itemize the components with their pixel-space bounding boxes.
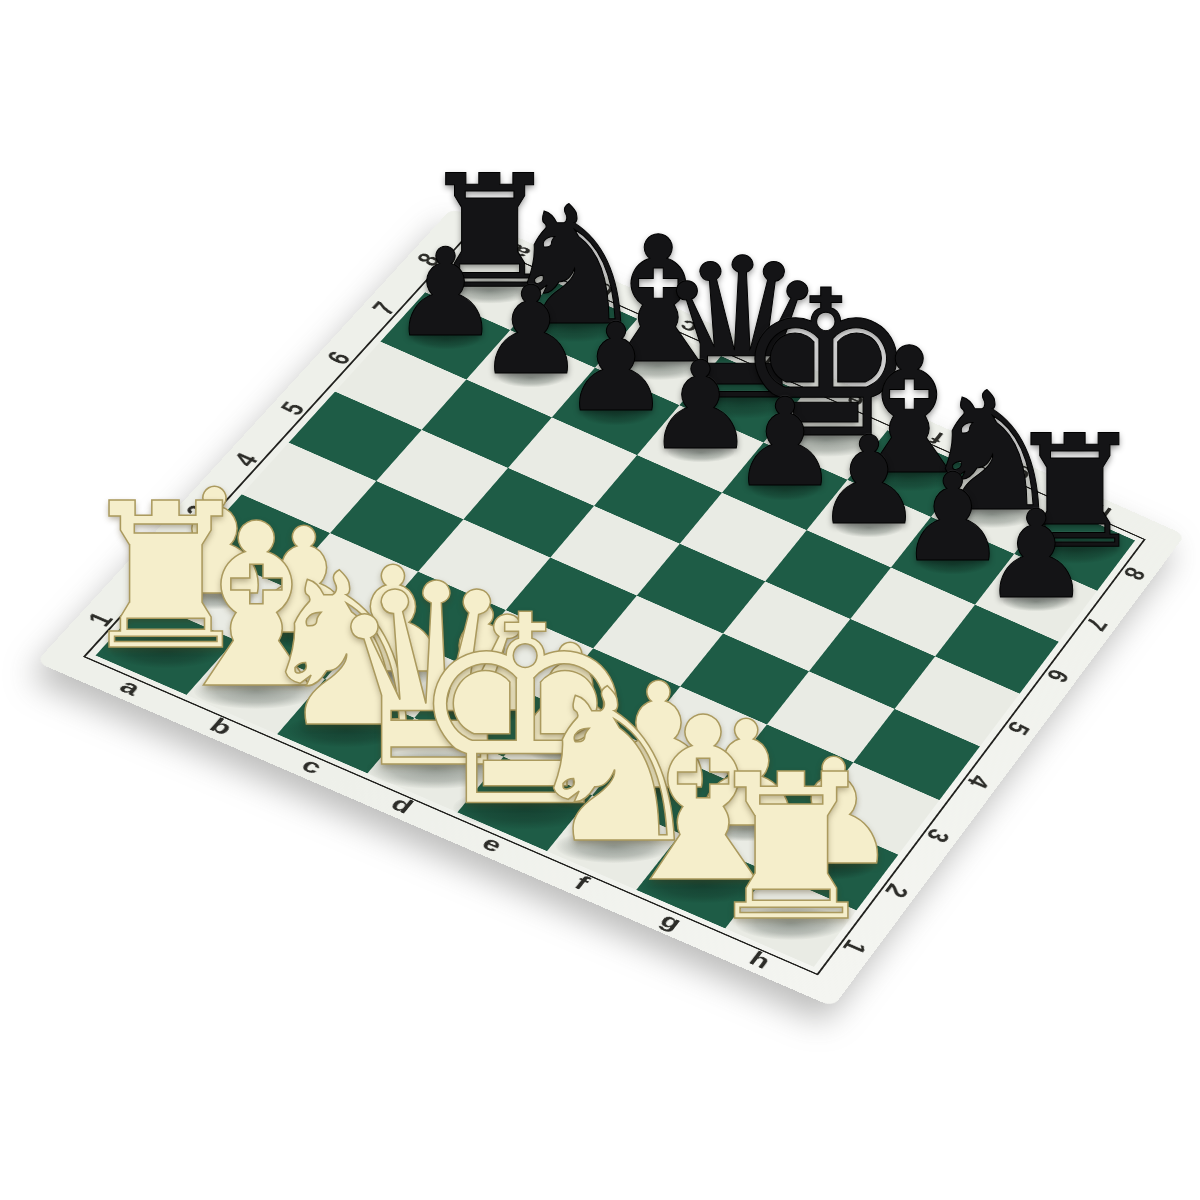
rank-label-right-4: 4 xyxy=(962,771,994,791)
rank-label-right-6: 6 xyxy=(1042,666,1074,686)
rank-label-left-5: 5 xyxy=(276,399,310,419)
rank-label-right-3: 3 xyxy=(922,825,955,845)
rank-label-left-6: 6 xyxy=(322,348,356,368)
black-pawn-h7[interactable]: ♟ xyxy=(982,494,1091,616)
white-rook-h1[interactable]: ♜ xyxy=(701,748,882,949)
pieces-layer: ♜♞♟♝♟♛♟♚♟♝♟♞♟♜♟♟♟♟♜♟♝♟♞♟♛♟♚♟♞♟♝♜ xyxy=(0,0,1200,1200)
chess-set-photo: 88aa77bb66cc55dd44ee33ff22gg11hh ♜♞♟♝♟♛♟… xyxy=(0,0,1200,1200)
rank-label-right-5: 5 xyxy=(1002,718,1034,738)
